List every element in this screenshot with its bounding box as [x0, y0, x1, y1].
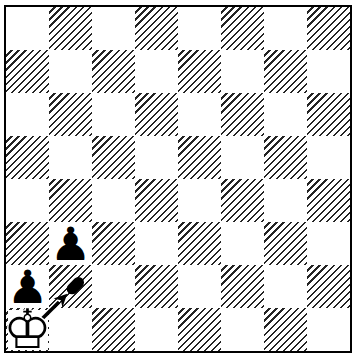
square-e3[interactable] — [178, 222, 221, 265]
square-c5[interactable] — [92, 136, 135, 179]
square-a4[interactable] — [6, 179, 49, 222]
square-c7[interactable] — [92, 50, 135, 93]
square-e2[interactable] — [178, 265, 221, 308]
square-d3[interactable] — [135, 222, 178, 265]
square-h7[interactable] — [307, 50, 350, 93]
square-h1[interactable] — [307, 308, 350, 351]
square-f4[interactable] — [221, 179, 264, 222]
square-g7[interactable] — [264, 50, 307, 93]
square-c8[interactable] — [92, 7, 135, 50]
square-d2[interactable] — [135, 265, 178, 308]
square-g3[interactable] — [264, 222, 307, 265]
chessboard: ♟♟♟♟♚♔ — [4, 5, 352, 353]
square-a1[interactable]: ♚♔ — [6, 308, 49, 351]
square-f5[interactable] — [221, 136, 264, 179]
diagram-page: ♟♟♟♟♚♔ — [0, 0, 356, 360]
square-a8[interactable] — [6, 7, 49, 50]
square-h8[interactable] — [307, 7, 350, 50]
square-f7[interactable] — [221, 50, 264, 93]
square-e1[interactable] — [178, 308, 221, 351]
square-b7[interactable] — [49, 50, 92, 93]
square-e7[interactable] — [178, 50, 221, 93]
square-g1[interactable] — [264, 308, 307, 351]
square-g4[interactable] — [264, 179, 307, 222]
square-a7[interactable] — [6, 50, 49, 93]
square-c3[interactable] — [92, 222, 135, 265]
square-f2[interactable] — [221, 265, 264, 308]
square-f1[interactable] — [221, 308, 264, 351]
square-b1[interactable] — [49, 308, 92, 351]
square-e6[interactable] — [178, 93, 221, 136]
square-g5[interactable] — [264, 136, 307, 179]
square-c4[interactable] — [92, 179, 135, 222]
white-king[interactable]: ♔ — [6, 308, 49, 351]
square-h5[interactable] — [307, 136, 350, 179]
square-d4[interactable] — [135, 179, 178, 222]
square-c6[interactable] — [92, 93, 135, 136]
square-f3[interactable] — [221, 222, 264, 265]
square-b6[interactable] — [49, 93, 92, 136]
square-b5[interactable] — [49, 136, 92, 179]
square-e8[interactable] — [178, 7, 221, 50]
board-grid: ♟♟♟♟♚♔ — [6, 7, 350, 351]
square-d6[interactable] — [135, 93, 178, 136]
square-f8[interactable] — [221, 7, 264, 50]
square-b2[interactable] — [49, 265, 92, 308]
square-d7[interactable] — [135, 50, 178, 93]
square-g6[interactable] — [264, 93, 307, 136]
square-e4[interactable] — [178, 179, 221, 222]
square-e5[interactable] — [178, 136, 221, 179]
square-a6[interactable] — [6, 93, 49, 136]
square-f6[interactable] — [221, 93, 264, 136]
square-b3[interactable]: ♟♟ — [49, 222, 92, 265]
square-g8[interactable] — [264, 7, 307, 50]
square-g2[interactable] — [264, 265, 307, 308]
square-d8[interactable] — [135, 7, 178, 50]
square-c1[interactable] — [92, 308, 135, 351]
square-a5[interactable] — [6, 136, 49, 179]
square-d5[interactable] — [135, 136, 178, 179]
square-h2[interactable] — [307, 265, 350, 308]
square-h6[interactable] — [307, 93, 350, 136]
square-d1[interactable] — [135, 308, 178, 351]
square-h4[interactable] — [307, 179, 350, 222]
square-c2[interactable] — [92, 265, 135, 308]
black-pawn[interactable]: ♟ — [49, 222, 92, 265]
square-b8[interactable] — [49, 7, 92, 50]
square-h3[interactable] — [307, 222, 350, 265]
